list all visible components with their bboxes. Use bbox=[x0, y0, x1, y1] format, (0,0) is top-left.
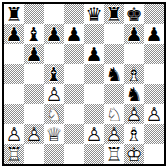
square-b1[interactable] bbox=[24, 144, 44, 164]
square-e4[interactable] bbox=[84, 84, 104, 104]
square-c7[interactable]: ♟ bbox=[44, 24, 64, 44]
square-d2[interactable] bbox=[64, 124, 84, 144]
square-g3[interactable]: ♟♙ bbox=[124, 104, 144, 124]
square-e2[interactable]: ♟♙ bbox=[84, 124, 104, 144]
piece-white-pawn: ♟♙ bbox=[124, 104, 144, 124]
square-c8[interactable] bbox=[44, 4, 64, 24]
piece-black-rook: ♜ bbox=[4, 4, 24, 24]
square-f5[interactable]: ♞ bbox=[104, 64, 124, 84]
square-f1[interactable]: ♜♖ bbox=[104, 144, 124, 164]
chess-board: ♜♛♜♚♟♝♟♟♟♟♟♟♝♞♝♗♟♙♞♞♘♞♘♟♙♟♙♟♙♟♙♛♕♟♙♟♙♝♗♜… bbox=[4, 4, 164, 164]
piece-white-pawn: ♟♙ bbox=[144, 104, 164, 124]
piece-white-queen: ♛♕ bbox=[44, 124, 64, 144]
piece-white-bishop: ♝♗ bbox=[124, 64, 144, 84]
square-c3[interactable]: ♞♘ bbox=[44, 104, 64, 124]
square-a1[interactable]: ♜♖ bbox=[4, 144, 24, 164]
square-c2[interactable]: ♛♕ bbox=[44, 124, 64, 144]
square-h4[interactable] bbox=[144, 84, 164, 104]
square-b6[interactable]: ♟ bbox=[24, 44, 44, 64]
square-b2[interactable]: ♟♙ bbox=[24, 124, 44, 144]
square-f2[interactable]: ♟♙ bbox=[104, 124, 124, 144]
square-d5[interactable] bbox=[64, 64, 84, 84]
square-h7[interactable]: ♟ bbox=[144, 24, 164, 44]
square-a4[interactable] bbox=[4, 84, 24, 104]
square-d6[interactable] bbox=[64, 44, 84, 64]
square-h3[interactable]: ♟♙ bbox=[144, 104, 164, 124]
square-f6[interactable] bbox=[104, 44, 124, 64]
square-a6[interactable] bbox=[4, 44, 24, 64]
board-frame: ♜♛♜♚♟♝♟♟♟♟♟♟♝♞♝♗♟♙♞♞♘♞♘♟♙♟♙♟♙♟♙♛♕♟♙♟♙♝♗♜… bbox=[2, 2, 166, 166]
piece-black-pawn: ♟ bbox=[24, 44, 44, 64]
square-e5[interactable] bbox=[84, 64, 104, 84]
piece-white-knight: ♞♘ bbox=[104, 104, 124, 124]
square-h8[interactable] bbox=[144, 4, 164, 24]
piece-black-knight: ♞ bbox=[104, 64, 124, 84]
piece-white-rook: ♜♖ bbox=[4, 144, 24, 164]
piece-black-queen: ♛ bbox=[84, 4, 104, 24]
square-g7[interactable]: ♟ bbox=[124, 24, 144, 44]
piece-black-bishop: ♝ bbox=[44, 64, 64, 84]
piece-black-pawn: ♟ bbox=[144, 24, 164, 44]
square-h6[interactable] bbox=[144, 44, 164, 64]
square-d7[interactable]: ♟ bbox=[64, 24, 84, 44]
piece-white-pawn: ♟♙ bbox=[4, 124, 24, 144]
square-a5[interactable] bbox=[4, 64, 24, 84]
piece-white-knight: ♞♘ bbox=[44, 104, 64, 124]
square-e7[interactable] bbox=[84, 24, 104, 44]
piece-black-pawn: ♟ bbox=[84, 44, 104, 64]
piece-black-pawn: ♟ bbox=[4, 24, 24, 44]
square-h2[interactable] bbox=[144, 124, 164, 144]
piece-black-pawn: ♟ bbox=[64, 24, 84, 44]
square-g4[interactable]: ♞ bbox=[124, 84, 144, 104]
square-c1[interactable] bbox=[44, 144, 64, 164]
piece-black-bishop: ♝ bbox=[24, 24, 44, 44]
square-h1[interactable] bbox=[144, 144, 164, 164]
square-b4[interactable] bbox=[24, 84, 44, 104]
piece-black-pawn: ♟ bbox=[44, 24, 64, 44]
square-h5[interactable] bbox=[144, 64, 164, 84]
square-f4[interactable] bbox=[104, 84, 124, 104]
piece-white-rook: ♜♖ bbox=[104, 144, 124, 164]
square-a2[interactable]: ♟♙ bbox=[4, 124, 24, 144]
square-e3[interactable] bbox=[84, 104, 104, 124]
square-b7[interactable]: ♝ bbox=[24, 24, 44, 44]
square-d4[interactable] bbox=[64, 84, 84, 104]
square-g8[interactable]: ♚ bbox=[124, 4, 144, 24]
square-d1[interactable] bbox=[64, 144, 84, 164]
square-c5[interactable]: ♝ bbox=[44, 64, 64, 84]
square-b5[interactable] bbox=[24, 64, 44, 84]
piece-white-bishop: ♝♗ bbox=[124, 124, 144, 144]
square-a8[interactable]: ♜ bbox=[4, 4, 24, 24]
piece-white-king: ♚♔ bbox=[124, 144, 144, 164]
square-g6[interactable] bbox=[124, 44, 144, 64]
square-a7[interactable]: ♟ bbox=[4, 24, 24, 44]
piece-black-pawn: ♟ bbox=[124, 24, 144, 44]
square-f3[interactable]: ♞♘ bbox=[104, 104, 124, 124]
square-f7[interactable] bbox=[104, 24, 124, 44]
piece-black-knight: ♞ bbox=[124, 84, 144, 104]
square-c6[interactable] bbox=[44, 44, 64, 64]
piece-white-pawn: ♟♙ bbox=[44, 84, 64, 104]
square-b8[interactable] bbox=[24, 4, 44, 24]
piece-white-pawn: ♟♙ bbox=[104, 124, 124, 144]
square-b3[interactable] bbox=[24, 104, 44, 124]
square-d3[interactable] bbox=[64, 104, 84, 124]
square-g2[interactable]: ♝♗ bbox=[124, 124, 144, 144]
piece-white-pawn: ♟♙ bbox=[24, 124, 44, 144]
square-e8[interactable]: ♛ bbox=[84, 4, 104, 24]
square-a3[interactable] bbox=[4, 104, 24, 124]
square-e6[interactable]: ♟ bbox=[84, 44, 104, 64]
square-g5[interactable]: ♝♗ bbox=[124, 64, 144, 84]
chess-diagram: ♜♛♜♚♟♝♟♟♟♟♟♟♝♞♝♗♟♙♞♞♘♞♘♟♙♟♙♟♙♟♙♛♕♟♙♟♙♝♗♜… bbox=[0, 0, 168, 168]
piece-white-pawn: ♟♙ bbox=[84, 124, 104, 144]
square-f8[interactable]: ♜ bbox=[104, 4, 124, 24]
square-d8[interactable] bbox=[64, 4, 84, 24]
square-c4[interactable]: ♟♙ bbox=[44, 84, 64, 104]
piece-black-rook: ♜ bbox=[104, 4, 124, 24]
square-g1[interactable]: ♚♔ bbox=[124, 144, 144, 164]
piece-black-king: ♚ bbox=[124, 4, 144, 24]
square-e1[interactable] bbox=[84, 144, 104, 164]
